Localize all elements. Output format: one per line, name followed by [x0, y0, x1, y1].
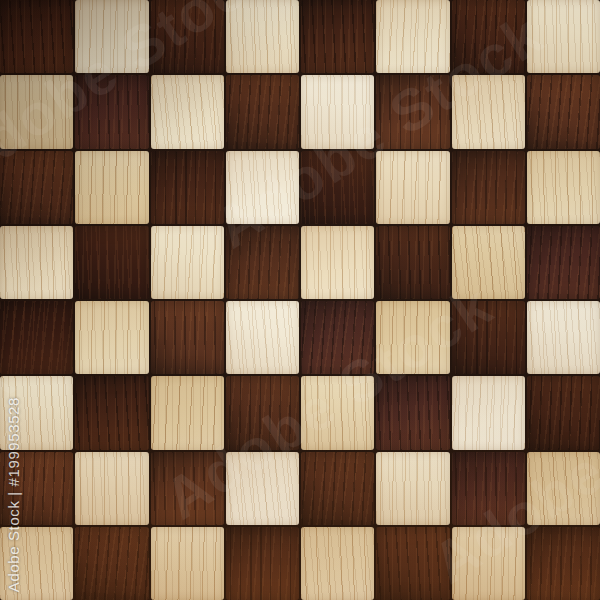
board-square [0, 0, 73, 73]
stock-photo-chessboard: Adobe Stock Adobe Stock Adobe Stock Adob… [0, 0, 600, 600]
board-square [75, 527, 148, 600]
board-square [452, 301, 525, 374]
board-square [301, 226, 374, 299]
board-square [527, 452, 600, 525]
chess-board [0, 0, 600, 600]
board-square [151, 75, 224, 148]
board-square [376, 527, 449, 600]
board-square [226, 452, 299, 525]
board-square [527, 527, 600, 600]
board-square [376, 75, 449, 148]
board-square [75, 0, 148, 73]
board-square [527, 75, 600, 148]
board-square [452, 376, 525, 449]
board-square [301, 301, 374, 374]
board-square [151, 151, 224, 224]
board-square [151, 301, 224, 374]
board-square [151, 0, 224, 73]
board-square [75, 151, 148, 224]
board-square [226, 527, 299, 600]
board-square [75, 75, 148, 148]
board-square [75, 226, 148, 299]
board-square [452, 527, 525, 600]
board-square [527, 151, 600, 224]
board-square [452, 151, 525, 224]
board-square [226, 376, 299, 449]
board-square [226, 0, 299, 73]
board-square [0, 452, 73, 525]
board-square [301, 527, 374, 600]
board-square [301, 376, 374, 449]
board-square [301, 0, 374, 73]
board-square [226, 301, 299, 374]
board-square [376, 226, 449, 299]
board-square [452, 226, 525, 299]
board-square [527, 376, 600, 449]
board-square [527, 0, 600, 73]
board-square [151, 226, 224, 299]
board-square [75, 301, 148, 374]
board-square [226, 151, 299, 224]
board-square [75, 376, 148, 449]
board-square [376, 151, 449, 224]
board-square [0, 301, 73, 374]
board-square [376, 452, 449, 525]
board-square [226, 75, 299, 148]
board-square [151, 452, 224, 525]
board-square [527, 226, 600, 299]
board-square [301, 452, 374, 525]
board-square [452, 452, 525, 525]
board-square [151, 376, 224, 449]
board-square [301, 151, 374, 224]
board-square [0, 376, 73, 449]
board-square [0, 151, 73, 224]
board-square [527, 301, 600, 374]
board-square [452, 0, 525, 73]
board-square [0, 527, 73, 600]
board-square [0, 226, 73, 299]
board-square [0, 75, 73, 148]
board-square [75, 452, 148, 525]
board-square [452, 75, 525, 148]
board-square [151, 527, 224, 600]
board-square [376, 0, 449, 73]
board-square [376, 376, 449, 449]
board-square [301, 75, 374, 148]
board-square [376, 301, 449, 374]
board-square [226, 226, 299, 299]
